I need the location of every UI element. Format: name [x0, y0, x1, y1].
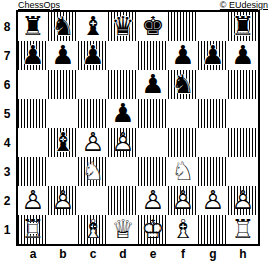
square-g2[interactable]: ♟♙	[198, 186, 228, 215]
square-e7[interactable]	[138, 41, 168, 70]
app-title-link[interactable]: ChessOps	[18, 0, 60, 10]
rank-label-4: 4	[0, 128, 14, 157]
rank-label-7: 7	[0, 41, 14, 70]
square-d7[interactable]	[108, 41, 138, 70]
chess-piece-wP-b2: ♙	[48, 186, 78, 215]
square-b6[interactable]	[48, 70, 78, 99]
square-h3[interactable]	[228, 157, 258, 186]
square-a4[interactable]	[18, 128, 48, 157]
square-f7[interactable]: ♟	[168, 41, 198, 70]
file-label-d: d	[108, 247, 138, 261]
chess-piece-bP-d5: ♟	[108, 99, 138, 128]
square-c7[interactable]: ♟	[78, 41, 108, 70]
square-e5[interactable]	[138, 99, 168, 128]
square-h5[interactable]	[228, 99, 258, 128]
square-d3[interactable]	[108, 157, 138, 186]
square-c4[interactable]: ♟♙	[78, 128, 108, 157]
square-c6[interactable]	[78, 70, 108, 99]
square-h1[interactable]: ♜♖	[228, 215, 258, 244]
square-c1[interactable]: ♝♗	[78, 215, 108, 244]
square-f6[interactable]: ♞	[168, 70, 198, 99]
square-h4[interactable]	[228, 128, 258, 157]
square-d8[interactable]: ♛	[108, 12, 138, 41]
chess-piece-wR-a1: ♖	[18, 215, 48, 244]
chess-piece-bN-f6: ♞	[168, 70, 198, 99]
chess-piece-wP-f2: ♙	[168, 186, 198, 215]
credit-link[interactable]: © EUdesign	[220, 0, 268, 10]
square-g4[interactable]	[198, 128, 228, 157]
square-c3[interactable]: ♞♘	[78, 157, 108, 186]
square-g7[interactable]: ♟	[198, 41, 228, 70]
chess-piece-bB-b4: ♝	[48, 128, 78, 157]
chess-piece-bP-b7: ♟	[48, 41, 78, 70]
square-f4[interactable]	[168, 128, 198, 157]
square-g5[interactable]	[198, 99, 228, 128]
square-b4[interactable]: ♝	[48, 128, 78, 157]
square-g6[interactable]	[198, 70, 228, 99]
chess-piece-wN-f3: ♘	[168, 157, 198, 186]
square-f3[interactable]: ♞♘	[168, 157, 198, 186]
square-b2[interactable]: ♟♙	[48, 186, 78, 215]
square-g3[interactable]	[198, 157, 228, 186]
square-a5[interactable]	[18, 99, 48, 128]
rank-labels: 87654321	[0, 12, 14, 244]
square-d5[interactable]: ♟	[108, 99, 138, 128]
chess-piece-bN-b8: ♞	[48, 12, 78, 41]
square-h8[interactable]: ♜	[228, 12, 258, 41]
chess-piece-wK-e1: ♔	[138, 215, 168, 244]
square-a3[interactable]	[18, 157, 48, 186]
chess-piece-bR-a8: ♜	[18, 12, 48, 41]
chess-piece-bR-h8: ♜	[228, 12, 258, 41]
square-b8[interactable]: ♞	[48, 12, 78, 41]
chess-piece-wQ-d1: ♕	[108, 215, 138, 244]
chess-piece-wP-a2: ♙	[18, 186, 48, 215]
square-h2[interactable]: ♟♙	[228, 186, 258, 215]
file-label-e: e	[138, 247, 168, 261]
chess-piece-wP-d4: ♙	[108, 128, 138, 157]
file-label-b: b	[48, 247, 78, 261]
file-label-a: a	[18, 247, 48, 261]
chess-piece-bP-f7: ♟	[168, 41, 198, 70]
rank-label-2: 2	[0, 186, 14, 215]
rank-label-5: 5	[0, 99, 14, 128]
square-e2[interactable]: ♟♙	[138, 186, 168, 215]
square-d4[interactable]: ♟♙	[108, 128, 138, 157]
square-e3[interactable]	[138, 157, 168, 186]
square-b7[interactable]: ♟	[48, 41, 78, 70]
square-g8[interactable]	[198, 12, 228, 41]
file-labels: abcdefgh	[18, 247, 258, 261]
square-h7[interactable]: ♟	[228, 41, 258, 70]
square-b5[interactable]	[48, 99, 78, 128]
file-label-h: h	[228, 247, 258, 261]
square-e8[interactable]: ♚	[138, 12, 168, 41]
rank-label-3: 3	[0, 157, 14, 186]
square-d2[interactable]	[108, 186, 138, 215]
square-c5[interactable]	[78, 99, 108, 128]
square-b1[interactable]	[48, 215, 78, 244]
chess-piece-wR-h1: ♖	[228, 215, 258, 244]
chess-board: ♜♞♝♛♚♜♟♟♟♟♟♟♟♞♟♝♟♙♟♙♞♘♞♘♟♙♟♙♟♙♟♙♟♙♟♙♜♖♝♗…	[16, 10, 260, 246]
square-g1[interactable]	[198, 215, 228, 244]
square-a8[interactable]: ♜	[18, 12, 48, 41]
square-f1[interactable]: ♝♗	[168, 215, 198, 244]
chess-piece-wP-g2: ♙	[198, 186, 228, 215]
square-c8[interactable]: ♝	[78, 12, 108, 41]
square-h6[interactable]	[228, 70, 258, 99]
chess-piece-wN-c3: ♘	[78, 157, 108, 186]
chess-piece-wB-c1: ♗	[78, 215, 108, 244]
chess-piece-bP-a7: ♟	[18, 41, 48, 70]
rank-label-1: 1	[0, 215, 14, 244]
chess-piece-wP-c4: ♙	[78, 128, 108, 157]
chess-piece-bP-h7: ♟	[228, 41, 258, 70]
chess-piece-wP-h2: ♙	[228, 186, 258, 215]
file-label-c: c	[78, 247, 108, 261]
square-a6[interactable]	[18, 70, 48, 99]
square-e4[interactable]	[138, 128, 168, 157]
chess-piece-bK-e8: ♚	[138, 12, 168, 41]
square-a7[interactable]: ♟	[18, 41, 48, 70]
square-c2[interactable]	[78, 186, 108, 215]
chess-piece-bB-c8: ♝	[78, 12, 108, 41]
square-a2[interactable]: ♟♙	[18, 186, 48, 215]
square-f2[interactable]: ♟♙	[168, 186, 198, 215]
square-f8[interactable]	[168, 12, 198, 41]
square-d6[interactable]	[108, 70, 138, 99]
chess-piece-bQ-d8: ♛	[108, 12, 138, 41]
chess-piece-wP-e2: ♙	[138, 186, 168, 215]
chess-piece-wB-f1: ♗	[168, 215, 198, 244]
square-b3[interactable]	[48, 157, 78, 186]
rank-label-8: 8	[0, 12, 14, 41]
square-e1[interactable]: ♚♔	[138, 215, 168, 244]
file-label-f: f	[168, 247, 198, 261]
rank-label-6: 6	[0, 70, 14, 99]
square-e6[interactable]: ♟	[138, 70, 168, 99]
square-a1[interactable]: ♜♖	[18, 215, 48, 244]
chess-piece-bP-c7: ♟	[78, 41, 108, 70]
chess-piece-bP-g7: ♟	[198, 41, 228, 70]
file-label-g: g	[198, 247, 228, 261]
square-f5[interactable]	[168, 99, 198, 128]
chess-piece-bP-e6: ♟	[138, 70, 168, 99]
square-d1[interactable]: ♛♕	[108, 215, 138, 244]
